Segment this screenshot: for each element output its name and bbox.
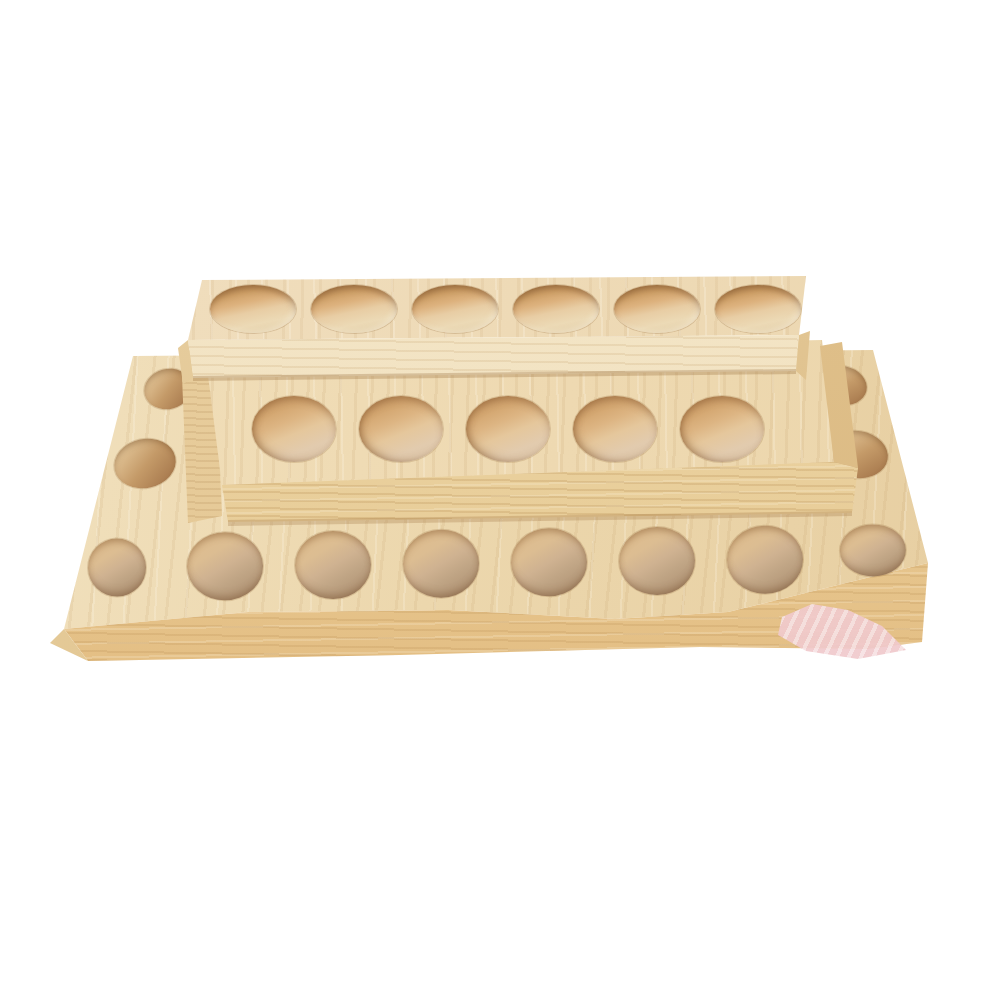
middle-tier-pit-row [240, 394, 775, 464]
bottle-pit [614, 285, 700, 333]
bottle-pit [513, 285, 599, 333]
bottle-pit [252, 396, 336, 462]
bottle-pit [715, 285, 801, 333]
bottle-pit [311, 285, 397, 333]
bottle-pit [359, 396, 443, 462]
bottle-pit [412, 285, 498, 333]
bottle-pit [210, 285, 296, 333]
bottle-pit [680, 396, 764, 462]
product-photo-wooden-oil-rack [0, 0, 1001, 1001]
bottle-pit [573, 396, 657, 462]
top-tier-pit-row [202, 282, 808, 336]
bottle-pit [466, 396, 550, 462]
